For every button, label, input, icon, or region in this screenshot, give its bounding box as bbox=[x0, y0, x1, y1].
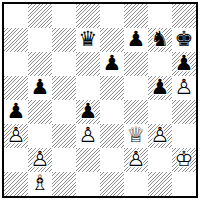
white-pawn-piece-f2: ♙ bbox=[127, 149, 146, 170]
black-pawn-piece-g5: ♟ bbox=[151, 77, 170, 98]
square-e5 bbox=[100, 76, 124, 100]
square-a6 bbox=[4, 52, 28, 76]
square-d2 bbox=[76, 148, 100, 172]
square-a7 bbox=[4, 28, 28, 52]
square-e7 bbox=[100, 28, 124, 52]
square-g5: ♟♟ bbox=[148, 76, 172, 100]
square-f8 bbox=[124, 4, 148, 28]
square-f2: ♟♟♙ bbox=[124, 148, 148, 172]
white-pawn-piece-g3: ♙ bbox=[151, 125, 170, 146]
square-b8 bbox=[28, 4, 52, 28]
square-h1 bbox=[172, 172, 196, 196]
square-a3: ♟♟♙ bbox=[4, 124, 28, 148]
square-b2: ♟♟♙ bbox=[28, 148, 52, 172]
square-b5: ♟♟ bbox=[28, 76, 52, 100]
square-d8 bbox=[76, 4, 100, 28]
white-king-piece-h2: ♔ bbox=[175, 149, 194, 170]
white-pawn-piece-h5: ♙ bbox=[175, 77, 194, 98]
black-pawn-piece-b5: ♟ bbox=[31, 77, 50, 98]
square-g8 bbox=[148, 4, 172, 28]
square-h8 bbox=[172, 4, 196, 28]
square-g7: ♞♞ bbox=[148, 28, 172, 52]
square-f4 bbox=[124, 100, 148, 124]
black-pawn-piece-h6: ♟ bbox=[175, 53, 194, 74]
square-a2 bbox=[4, 148, 28, 172]
square-b1: ♝♝♗ bbox=[28, 172, 52, 196]
square-f6 bbox=[124, 52, 148, 76]
square-d5 bbox=[76, 76, 100, 100]
square-a1 bbox=[4, 172, 28, 196]
black-pawn-piece-e6: ♟ bbox=[103, 53, 122, 74]
black-king-piece-h7: ♚ bbox=[175, 29, 194, 50]
square-c1 bbox=[52, 172, 76, 196]
black-queen-piece-d7: ♛ bbox=[79, 29, 98, 50]
square-a4: ♟♟ bbox=[4, 100, 28, 124]
square-f3: ♛♛♕ bbox=[124, 124, 148, 148]
square-h6: ♟♟ bbox=[172, 52, 196, 76]
square-g2 bbox=[148, 148, 172, 172]
square-b3 bbox=[28, 124, 52, 148]
white-bishop-piece-b1: ♗ bbox=[31, 173, 50, 194]
black-pawn-piece-d4: ♟ bbox=[79, 101, 98, 122]
square-h3 bbox=[172, 124, 196, 148]
square-d3: ♟♟♙ bbox=[76, 124, 100, 148]
square-c4 bbox=[52, 100, 76, 124]
square-e2 bbox=[100, 148, 124, 172]
square-h7: ♚♚ bbox=[172, 28, 196, 52]
square-h4 bbox=[172, 100, 196, 124]
square-g1 bbox=[148, 172, 172, 196]
square-d6 bbox=[76, 52, 100, 76]
white-queen-piece-f3: ♕ bbox=[127, 125, 146, 146]
square-c5 bbox=[52, 76, 76, 100]
square-c6 bbox=[52, 52, 76, 76]
square-e4 bbox=[100, 100, 124, 124]
square-e1 bbox=[100, 172, 124, 196]
square-h2: ♚♚♔ bbox=[172, 148, 196, 172]
black-pawn-piece-a4: ♟ bbox=[7, 101, 26, 122]
square-c7 bbox=[52, 28, 76, 52]
square-a5 bbox=[4, 76, 28, 100]
square-f7: ♟♟ bbox=[124, 28, 148, 52]
square-c2 bbox=[52, 148, 76, 172]
diagram-frame: ♛♛♟♟♞♞♚♚♟♟♟♟♟♟♟♟♟♟♙♟♟♟♟♟♟♙♟♟♙♛♛♕♟♟♙♟♟♙♟♟… bbox=[0, 0, 200, 200]
square-h5: ♟♟♙ bbox=[172, 76, 196, 100]
square-a8 bbox=[4, 4, 28, 28]
square-g3: ♟♟♙ bbox=[148, 124, 172, 148]
black-pawn-piece-f7: ♟ bbox=[127, 29, 146, 50]
square-b6 bbox=[28, 52, 52, 76]
square-c3 bbox=[52, 124, 76, 148]
chess-board: ♛♛♟♟♞♞♚♚♟♟♟♟♟♟♟♟♟♟♙♟♟♟♟♟♟♙♟♟♙♛♛♕♟♟♙♟♟♙♟♟… bbox=[2, 2, 198, 198]
square-e8 bbox=[100, 4, 124, 28]
square-g6 bbox=[148, 52, 172, 76]
square-f1 bbox=[124, 172, 148, 196]
square-d1 bbox=[76, 172, 100, 196]
square-b4 bbox=[28, 100, 52, 124]
square-f5 bbox=[124, 76, 148, 100]
white-pawn-piece-a3: ♙ bbox=[7, 125, 26, 146]
black-knight-piece-g7: ♞ bbox=[151, 29, 170, 50]
square-b7 bbox=[28, 28, 52, 52]
square-e3 bbox=[100, 124, 124, 148]
square-g4 bbox=[148, 100, 172, 124]
square-e6: ♟♟ bbox=[100, 52, 124, 76]
white-pawn-piece-b2: ♙ bbox=[31, 149, 50, 170]
white-pawn-piece-d3: ♙ bbox=[79, 125, 98, 146]
square-d4: ♟♟ bbox=[76, 100, 100, 124]
square-d7: ♛♛ bbox=[76, 28, 100, 52]
square-c8 bbox=[52, 4, 76, 28]
